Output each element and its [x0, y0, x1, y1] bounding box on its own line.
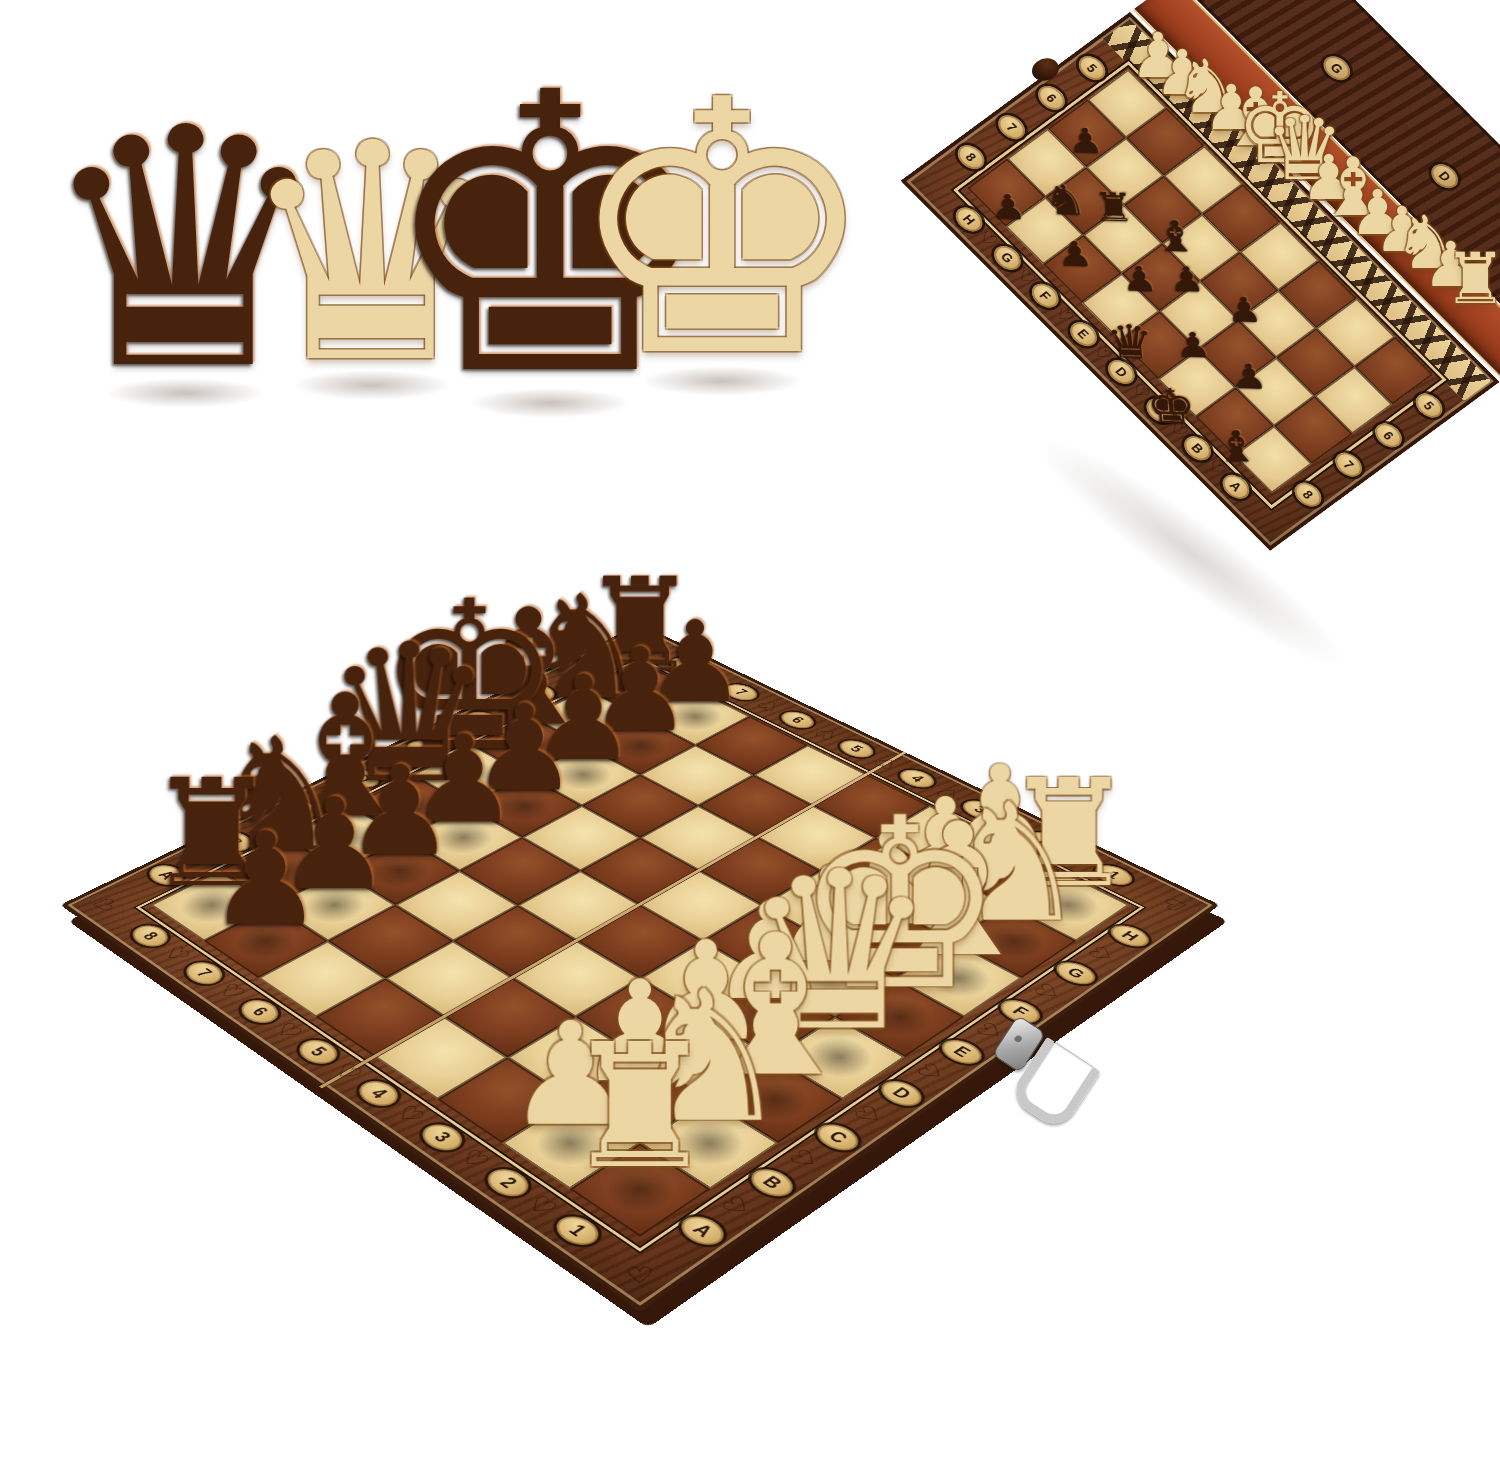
magnet-dark-b-12: ♝ — [1213, 425, 1260, 469]
scroll-ornament: ♡ — [1084, 943, 1121, 965]
scroll-ornament: ♡ — [212, 980, 250, 1003]
scroll-ornament: ♡ — [912, 1059, 952, 1084]
scroll-ornament: ♡ — [158, 943, 195, 965]
scroll-ornament: ♡ — [390, 1102, 431, 1128]
product-photo-stage: ♛♛♚♚ GD 55667788HGFEDCBA♡♡♡♡♡♡♡♟♞♟♜♟♝♟♛♟… — [0, 0, 1500, 1470]
light-r-glyph: ♜ — [563, 1026, 716, 1189]
scroll-ornament: ♡ — [454, 1146, 495, 1173]
scroll-ornament: ♡ — [716, 1192, 758, 1220]
lineup-light-king: ♚ — [565, 55, 879, 405]
magnet-dark-n-1: ♞ — [1043, 178, 1088, 220]
magnet-dark-p-9: ♟ — [1174, 327, 1211, 362]
square-a5 — [315, 978, 445, 1057]
dark-p-glyph: ♟ — [208, 819, 323, 941]
magnet-dark-p-2: ♟ — [990, 189, 1027, 224]
scroll-ornament: ♡ — [1161, 898, 1192, 912]
magnet-dark-p-6: ♟ — [1121, 261, 1158, 296]
magnet-dark-p-4: ♟ — [1056, 236, 1093, 271]
piece-light-r-a1: ♜ — [542, 877, 739, 1189]
back-half-label-G: G — [1318, 52, 1355, 85]
magnet-dark-p-0: ♟ — [1067, 123, 1104, 158]
spine-light-r-13: ♜ — [1444, 244, 1500, 314]
back-half-label-D: D — [1426, 160, 1463, 193]
scroll-ornament: ♡ — [625, 1264, 654, 1286]
checkerboard: ♜♟♟♜♞♟♟♞♝♟♟♝♚♟♟♚♛♟♟♛♝♟♟♝♞♟♟♞♜♟♟♜ — [151, 662, 1130, 1237]
magnet-dark-p-8: ♟ — [1168, 262, 1205, 297]
magnet-dark-p-11: ♟ — [1230, 359, 1267, 394]
scroll-ornament: ♡ — [1029, 980, 1067, 1003]
magnet-dark-q-7: ♛ — [1105, 319, 1156, 367]
magnet-dark-r-3: ♜ — [1092, 187, 1135, 228]
magnetic-piece-on-edge — [1027, 54, 1065, 86]
scroll-ornament: ♡ — [269, 1019, 308, 1043]
magnet-dark-k-10: ♚ — [1145, 382, 1197, 431]
scroll-ornament: ♡ — [849, 1102, 890, 1128]
label-rank-8-sw: 8 — [126, 921, 175, 950]
piece-lineup: ♛♛♚♚ — [0, 0, 840, 430]
piece-dark-p-a7: ♟ — [179, 665, 352, 940]
main-board: ♜♟♟♜♞♟♟♞♝♟♟♝♚♟♟♚♛♟♟♛♝♟♟♝♞♟♟♞♜♟♟♜ 88HH♡♡♡… — [60, 624, 1220, 1312]
scroll-ornament: ♡ — [87, 898, 118, 912]
scroll-ornament: ♡ — [784, 1146, 825, 1173]
label-file-C-se: C — [810, 1119, 866, 1155]
magnet-dark-b-5: ♝ — [1152, 215, 1199, 259]
magnet-dark-p-13: ♟ — [1226, 292, 1263, 327]
scroll-ornament: ♡ — [521, 1192, 563, 1220]
